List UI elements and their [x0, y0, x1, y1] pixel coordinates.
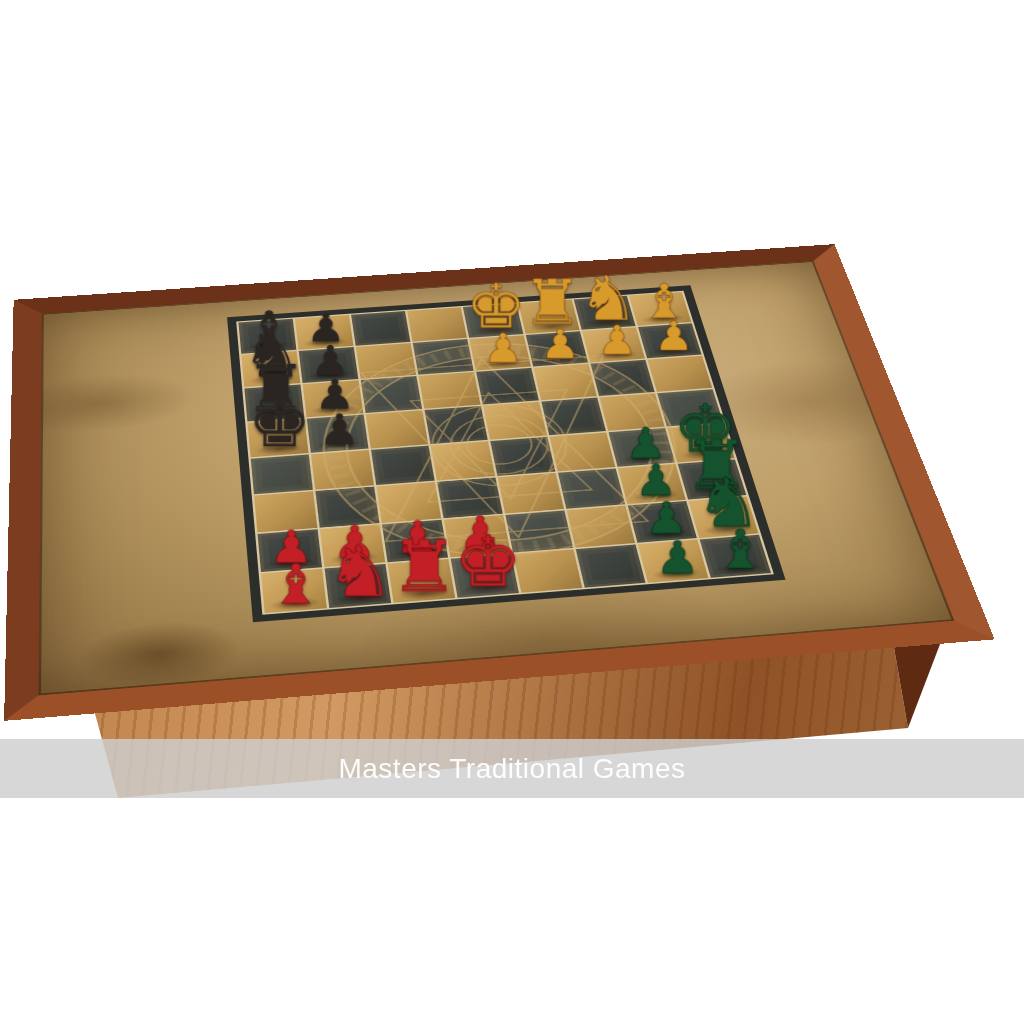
square-f3[interactable] [533, 364, 596, 400]
square-e5[interactable] [490, 437, 555, 476]
wooden-tray: ♝︎♟︎♚︎♜︎♞︎♝︎♞︎♟︎♟︎♟︎♟︎♟︎♜︎♟︎♚︎♟︎♟︎♚︎♟︎♜︎… [4, 244, 995, 721]
square-d4[interactable] [425, 406, 488, 444]
square-e2[interactable]: ♟︎ [469, 335, 531, 370]
square-g8[interactable]: ♟︎ [638, 540, 709, 583]
square-g3[interactable] [591, 360, 655, 396]
watermark-band: Masters Traditional Games [0, 739, 1024, 798]
square-b5[interactable] [311, 450, 374, 490]
square-e6[interactable] [498, 473, 564, 514]
square-d5[interactable] [431, 441, 495, 480]
piece-black-king[interactable]: ♚︎ [234, 393, 325, 453]
square-h3[interactable] [647, 356, 712, 392]
board-frame: ♝︎♟︎♚︎♜︎♞︎♝︎♞︎♟︎♟︎♟︎♟︎♟︎♜︎♟︎♚︎♟︎♟︎♚︎♟︎♜︎… [227, 285, 785, 622]
square-d3[interactable] [419, 372, 481, 409]
square-e4[interactable] [483, 402, 547, 440]
square-f4[interactable] [541, 398, 606, 436]
piece-red-boat[interactable]: ♝︎ [247, 559, 344, 609]
piece-yellow-pawn[interactable]: ♟︎ [460, 330, 547, 367]
square-a5[interactable] [251, 454, 313, 494]
square-c5[interactable] [371, 446, 435, 485]
scene: ♝︎♟︎♚︎♜︎♞︎♝︎♞︎♟︎♟︎♟︎♟︎♟︎♜︎♟︎♚︎♟︎♟︎♚︎♟︎♜︎… [0, 0, 1024, 1024]
square-a8[interactable]: ♝︎ [261, 569, 327, 613]
watermark-text: Masters Traditional Games [338, 753, 685, 785]
square-e3[interactable] [476, 368, 539, 405]
square-a4[interactable]: ♚︎ [248, 419, 309, 457]
piece-green-pawn[interactable]: ♟︎ [630, 537, 726, 578]
chaturaji-board: ♝︎♟︎♚︎♜︎♞︎♝︎♞︎♟︎♟︎♟︎♟︎♟︎♜︎♟︎♚︎♟︎♟︎♚︎♟︎♜︎… [236, 291, 774, 615]
